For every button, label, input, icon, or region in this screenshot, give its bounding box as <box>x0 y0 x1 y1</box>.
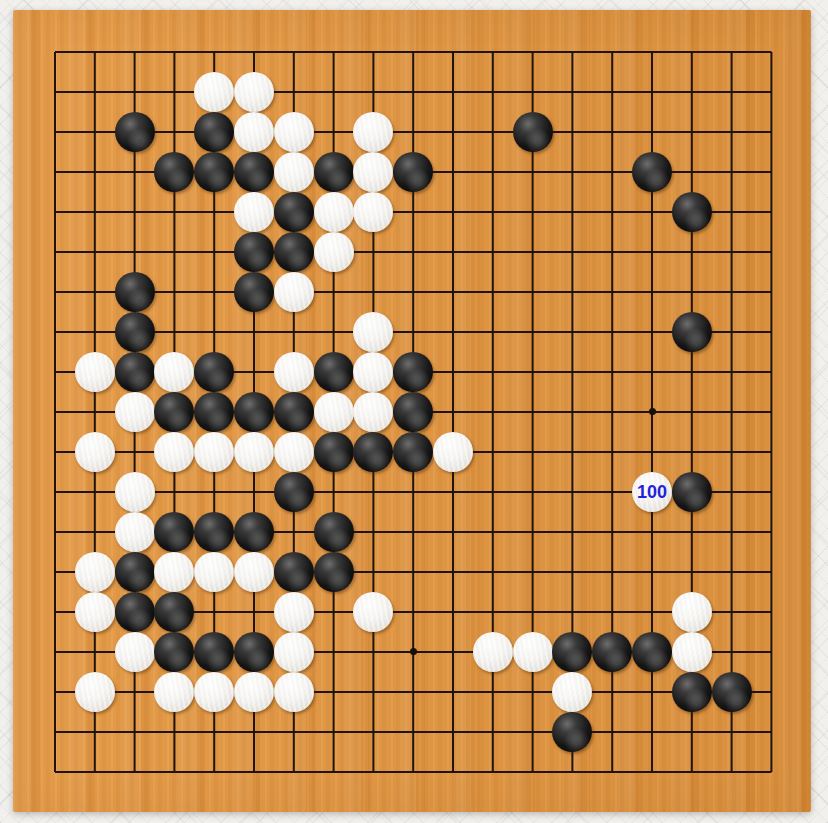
white-stone <box>115 392 155 432</box>
black-stone <box>393 352 433 392</box>
white-stone <box>552 672 592 712</box>
black-stone <box>552 632 592 672</box>
black-stone <box>393 152 433 192</box>
white-stone <box>115 472 155 512</box>
white-stone <box>672 592 712 632</box>
black-stone <box>314 152 354 192</box>
star-point <box>410 648 417 655</box>
black-stone <box>234 232 274 272</box>
star-point <box>649 408 656 415</box>
black-stone <box>393 432 433 472</box>
white-stone <box>314 392 354 432</box>
white-stone <box>274 272 314 312</box>
white-stone <box>353 592 393 632</box>
white-stone <box>194 672 234 712</box>
black-stone <box>234 392 274 432</box>
black-stone <box>234 152 274 192</box>
black-stone <box>274 472 314 512</box>
black-stone <box>552 712 592 752</box>
white-stone <box>234 552 274 592</box>
black-stone <box>194 392 234 432</box>
white-stone <box>115 632 155 672</box>
black-stone <box>234 632 274 672</box>
white-stone <box>234 672 274 712</box>
white-stone <box>274 112 314 152</box>
white-stone <box>154 432 194 472</box>
white-stone <box>473 632 513 672</box>
black-stone <box>314 512 354 552</box>
white-stone <box>75 592 115 632</box>
white-stone <box>234 72 274 112</box>
black-stone <box>672 312 712 352</box>
black-stone <box>234 272 274 312</box>
wallpaper-background: 100 <box>0 0 828 823</box>
black-stone <box>154 152 194 192</box>
black-stone <box>194 352 234 392</box>
white-stone <box>274 592 314 632</box>
black-stone <box>274 192 314 232</box>
white-stone <box>115 512 155 552</box>
black-stone <box>274 392 314 432</box>
black-stone <box>314 352 354 392</box>
white-stone <box>513 632 553 672</box>
white-stone <box>154 352 194 392</box>
white-stone <box>274 152 314 192</box>
white-stone <box>353 312 393 352</box>
black-stone <box>592 632 632 672</box>
white-stone <box>154 672 194 712</box>
go-board[interactable]: 100 <box>13 10 811 812</box>
white-stone <box>75 672 115 712</box>
white-stone <box>672 632 712 672</box>
black-stone <box>353 432 393 472</box>
black-stone <box>115 552 155 592</box>
white-stone <box>433 432 473 472</box>
white-stone <box>194 432 234 472</box>
white-stone <box>314 232 354 272</box>
white-stone <box>353 192 393 232</box>
black-stone <box>632 152 672 192</box>
black-stone <box>115 272 155 312</box>
black-stone <box>712 672 752 712</box>
black-stone <box>632 632 672 672</box>
white-stone <box>75 552 115 592</box>
black-stone <box>194 112 234 152</box>
white-stone <box>234 432 274 472</box>
black-stone <box>115 592 155 632</box>
black-stone <box>672 192 712 232</box>
white-stone <box>632 472 672 512</box>
black-stone <box>194 632 234 672</box>
black-stone <box>194 152 234 192</box>
white-stone <box>274 632 314 672</box>
white-stone <box>353 392 393 432</box>
black-stone <box>393 392 433 432</box>
black-stone <box>672 672 712 712</box>
white-stone <box>75 432 115 472</box>
white-stone <box>194 552 234 592</box>
black-stone <box>194 512 234 552</box>
white-stone <box>353 352 393 392</box>
white-stone <box>274 432 314 472</box>
black-stone <box>672 472 712 512</box>
white-stone <box>194 72 234 112</box>
black-stone <box>513 112 553 152</box>
white-stone <box>274 672 314 712</box>
black-stone <box>154 512 194 552</box>
black-stone <box>234 512 274 552</box>
black-stone <box>115 352 155 392</box>
white-stone <box>353 112 393 152</box>
black-stone <box>115 112 155 152</box>
white-stone <box>234 112 274 152</box>
white-stone <box>274 352 314 392</box>
black-stone <box>314 432 354 472</box>
black-stone <box>115 312 155 352</box>
black-stone <box>274 552 314 592</box>
black-stone <box>314 552 354 592</box>
white-stone <box>353 152 393 192</box>
black-stone <box>154 592 194 632</box>
black-stone <box>274 232 314 272</box>
black-stone <box>154 392 194 432</box>
white-stone <box>75 352 115 392</box>
white-stone <box>154 552 194 592</box>
black-stone <box>154 632 194 672</box>
white-stone <box>234 192 274 232</box>
white-stone <box>314 192 354 232</box>
